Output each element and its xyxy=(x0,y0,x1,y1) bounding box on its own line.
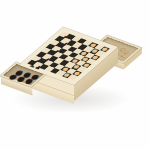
square-7-7 xyxy=(67,74,77,80)
product-photo-wooden-game-set: ♜♞♝♛♚♝♞♜♟♟♟♟♟ ●●●●●● ♜♟●●♞♟●♝♟●●♛♟●♚♟●●♝… xyxy=(0,0,150,150)
black-draughts-stack-5: ● xyxy=(23,78,34,84)
